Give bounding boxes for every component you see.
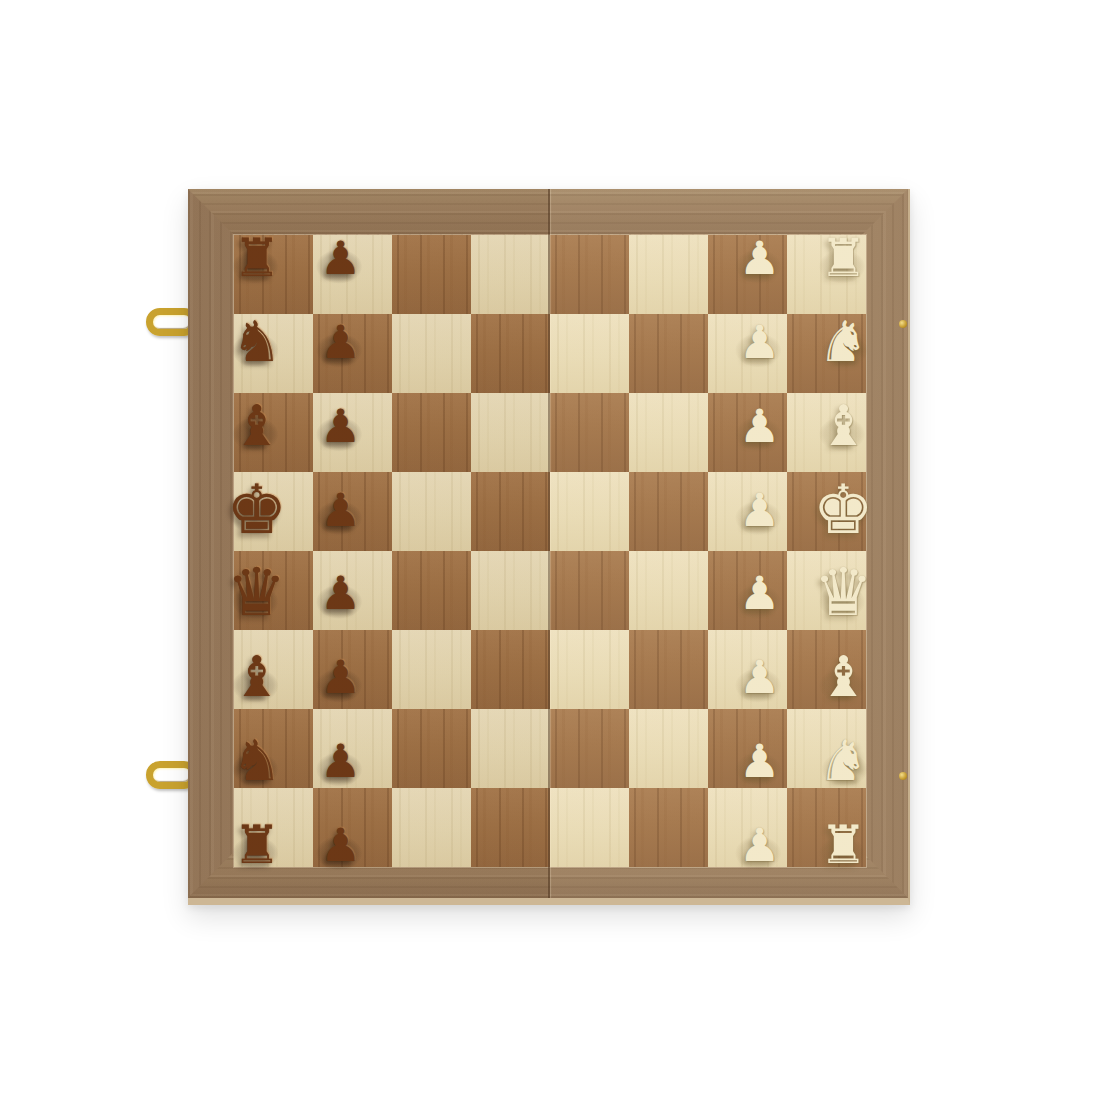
square-g3 — [629, 314, 708, 393]
piece-black-rook: ♜ — [217, 218, 296, 297]
square-h4 — [550, 235, 629, 314]
square-d7: ♟ — [313, 551, 392, 630]
piece-black-queen: ♛ — [217, 553, 296, 632]
square-e4 — [550, 472, 629, 551]
square-f4 — [550, 393, 629, 472]
board-grid: ♜♟♟♜♞♟♟♞♝♟♟♝♚♟♟♚♛♟♟♛♝♟♟♝♞♟♟♞♜♟♟♜ — [233, 234, 867, 868]
brass-pin-icon — [899, 772, 907, 780]
piece-white-king: ♚ — [804, 470, 883, 549]
square-e6 — [392, 472, 471, 551]
square-c3 — [629, 630, 708, 709]
square-h6 — [392, 235, 471, 314]
square-d2: ♟ — [708, 551, 787, 630]
piece-white-bishop: ♝ — [804, 637, 883, 716]
piece-black-knight: ♞ — [217, 721, 296, 800]
square-e5 — [471, 472, 550, 551]
piece-white-pawn: ♟ — [720, 721, 799, 800]
square-a4 — [550, 788, 629, 867]
piece-black-pawn: ♟ — [301, 721, 380, 800]
brass-pin-icon — [899, 320, 907, 328]
square-b4 — [550, 709, 629, 788]
piece-black-bishop: ♝ — [217, 637, 296, 716]
square-c4 — [550, 630, 629, 709]
piece-black-pawn: ♟ — [301, 470, 380, 549]
square-b7: ♟ — [313, 709, 392, 788]
piece-black-pawn: ♟ — [301, 553, 380, 632]
square-a5 — [471, 788, 550, 867]
piece-black-pawn: ♟ — [301, 302, 380, 381]
piece-black-pawn: ♟ — [301, 386, 380, 465]
square-b3 — [629, 709, 708, 788]
piece-white-queen: ♛ — [804, 553, 883, 632]
square-f6 — [392, 393, 471, 472]
square-b2: ♟ — [708, 709, 787, 788]
square-e3 — [629, 472, 708, 551]
square-f3 — [629, 393, 708, 472]
piece-white-pawn: ♟ — [720, 470, 799, 549]
square-f5 — [471, 393, 550, 472]
piece-white-pawn: ♟ — [720, 805, 799, 884]
piece-black-knight: ♞ — [217, 302, 296, 381]
piece-white-rook: ♜ — [804, 805, 883, 884]
piece-black-rook: ♜ — [217, 805, 296, 884]
square-g4 — [550, 314, 629, 393]
square-f2: ♟ — [708, 393, 787, 472]
square-d5 — [471, 551, 550, 630]
square-a6 — [392, 788, 471, 867]
square-g2: ♟ — [708, 314, 787, 393]
square-g7: ♟ — [313, 314, 392, 393]
square-d6 — [392, 551, 471, 630]
piece-black-pawn: ♟ — [301, 218, 380, 297]
piece-black-pawn: ♟ — [301, 805, 380, 884]
square-b6 — [392, 709, 471, 788]
square-b5 — [471, 709, 550, 788]
piece-white-pawn: ♟ — [720, 218, 799, 297]
square-d3 — [629, 551, 708, 630]
square-g5 — [471, 314, 550, 393]
square-a3 — [629, 788, 708, 867]
square-e2: ♟ — [708, 472, 787, 551]
square-c5 — [471, 630, 550, 709]
piece-white-bishop: ♝ — [804, 386, 883, 465]
piece-white-pawn: ♟ — [720, 553, 799, 632]
square-c6 — [392, 630, 471, 709]
piece-white-knight: ♞ — [804, 721, 883, 800]
piece-white-rook: ♜ — [804, 218, 883, 297]
square-h5 — [471, 235, 550, 314]
piece-black-pawn: ♟ — [301, 637, 380, 716]
piece-white-knight: ♞ — [804, 302, 883, 381]
square-f7: ♟ — [313, 393, 392, 472]
square-c7: ♟ — [313, 630, 392, 709]
square-c2: ♟ — [708, 630, 787, 709]
piece-white-pawn: ♟ — [720, 637, 799, 716]
square-d4 — [550, 551, 629, 630]
fold-seam — [548, 189, 550, 898]
square-h3 — [629, 235, 708, 314]
piece-white-pawn: ♟ — [720, 302, 799, 381]
piece-black-bishop: ♝ — [217, 386, 296, 465]
piece-white-pawn: ♟ — [720, 386, 799, 465]
square-g6 — [392, 314, 471, 393]
piece-black-king: ♚ — [217, 470, 296, 549]
square-e7: ♟ — [313, 472, 392, 551]
chess-board: ♜♟♟♜♞♟♟♞♝♟♟♝♚♟♟♚♛♟♟♛♝♟♟♝♞♟♟♞♜♟♟♜ — [188, 189, 910, 905]
chess-set-photo: ♜♟♟♜♞♟♟♞♝♟♟♝♚♟♟♚♛♟♟♛♝♟♟♝♞♟♟♞♜♟♟♜ — [0, 0, 1100, 1100]
